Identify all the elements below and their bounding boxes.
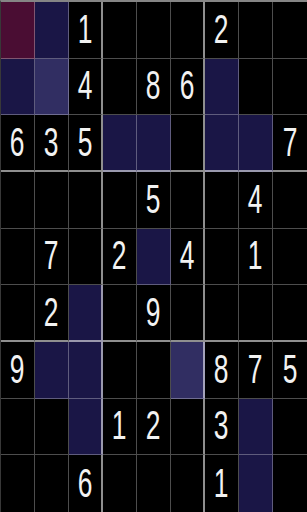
digit: 8 xyxy=(146,65,161,107)
cell-r1c8[interactable] xyxy=(273,59,307,116)
cell-r6c5[interactable] xyxy=(171,342,205,399)
cell-r4c3[interactable]: 2 xyxy=(103,229,137,286)
cell-r2c3[interactable] xyxy=(103,115,137,172)
cell-r0c3[interactable] xyxy=(103,2,137,59)
digit: 6 xyxy=(10,122,25,164)
cell-r2c8[interactable]: 7 xyxy=(273,115,307,172)
cell-r2c0[interactable]: 6 xyxy=(1,115,35,172)
cell-r8c6[interactable]: 1 xyxy=(205,455,239,512)
cell-r3c6[interactable] xyxy=(205,172,239,229)
cell-r0c5[interactable] xyxy=(171,2,205,59)
cell-r6c2[interactable] xyxy=(69,342,103,399)
cell-r4c5[interactable]: 4 xyxy=(171,229,205,286)
cell-r7c1[interactable] xyxy=(35,399,69,456)
cell-r2c1[interactable]: 3 xyxy=(35,115,69,172)
cell-r4c8[interactable] xyxy=(273,229,307,286)
cell-r5c1[interactable]: 2 xyxy=(35,285,69,342)
digit: 4 xyxy=(78,65,93,107)
cell-r6c8[interactable]: 5 xyxy=(273,342,307,399)
digit: 8 xyxy=(214,349,229,391)
cell-r4c4[interactable] xyxy=(137,229,171,286)
digit: 2 xyxy=(214,9,229,51)
cell-r5c6[interactable] xyxy=(205,285,239,342)
cell-r5c8[interactable] xyxy=(273,285,307,342)
cell-r5c5[interactable] xyxy=(171,285,205,342)
cell-r2c4[interactable] xyxy=(137,115,171,172)
cell-r8c5[interactable] xyxy=(171,455,205,512)
cell-r1c3[interactable] xyxy=(103,59,137,116)
cell-r8c0[interactable] xyxy=(1,455,35,512)
cell-r1c0[interactable] xyxy=(1,59,35,116)
cell-r4c6[interactable] xyxy=(205,229,239,286)
digit: 9 xyxy=(10,349,25,391)
cell-r7c4[interactable]: 2 xyxy=(137,399,171,456)
cell-r8c1[interactable] xyxy=(35,455,69,512)
digit: 3 xyxy=(44,122,59,164)
digit: 7 xyxy=(248,349,263,391)
digit: 4 xyxy=(248,179,263,221)
cell-r0c8[interactable] xyxy=(273,2,307,59)
cell-r1c4[interactable]: 8 xyxy=(137,59,171,116)
cell-r4c1[interactable]: 7 xyxy=(35,229,69,286)
cell-r7c7[interactable] xyxy=(239,399,273,456)
cell-r0c0[interactable] xyxy=(1,2,35,59)
sudoku-app-screen: 12486635754724129987512361 xyxy=(0,0,307,512)
cell-r5c7[interactable] xyxy=(239,285,273,342)
cell-r8c2[interactable]: 6 xyxy=(69,455,103,512)
cell-r0c2[interactable]: 1 xyxy=(69,2,103,59)
cell-r7c8[interactable] xyxy=(273,399,307,456)
cell-r2c6[interactable] xyxy=(205,115,239,172)
cell-r6c1[interactable] xyxy=(35,342,69,399)
cell-r7c3[interactable]: 1 xyxy=(103,399,137,456)
cell-r3c3[interactable] xyxy=(103,172,137,229)
cell-r6c4[interactable] xyxy=(137,342,171,399)
cell-r6c7[interactable]: 7 xyxy=(239,342,273,399)
cell-r7c5[interactable] xyxy=(171,399,205,456)
cell-r1c5[interactable]: 6 xyxy=(171,59,205,116)
digit: 5 xyxy=(146,179,161,221)
cell-r6c0[interactable]: 9 xyxy=(1,342,35,399)
cell-r4c2[interactable] xyxy=(69,229,103,286)
digit: 2 xyxy=(44,292,59,334)
cell-r0c7[interactable] xyxy=(239,2,273,59)
cell-r5c3[interactable] xyxy=(103,285,137,342)
digit: 3 xyxy=(214,405,229,447)
cell-r1c2[interactable]: 4 xyxy=(69,59,103,116)
cell-r4c7[interactable]: 1 xyxy=(239,229,273,286)
cell-r6c3[interactable] xyxy=(103,342,137,399)
cell-r8c8[interactable] xyxy=(273,455,307,512)
cell-r5c2[interactable] xyxy=(69,285,103,342)
cell-r0c6[interactable]: 2 xyxy=(205,2,239,59)
digit: 9 xyxy=(146,292,161,334)
cell-r0c4[interactable] xyxy=(137,2,171,59)
cell-r3c7[interactable]: 4 xyxy=(239,172,273,229)
cell-r1c1[interactable] xyxy=(35,59,69,116)
digit: 1 xyxy=(112,405,127,447)
cell-r2c5[interactable] xyxy=(171,115,205,172)
cell-r8c4[interactable] xyxy=(137,455,171,512)
cell-r2c2[interactable]: 5 xyxy=(69,115,103,172)
cell-r3c4[interactable]: 5 xyxy=(137,172,171,229)
digit: 4 xyxy=(180,235,195,277)
cell-r3c0[interactable] xyxy=(1,172,35,229)
cell-r2c7[interactable] xyxy=(239,115,273,172)
digit: 2 xyxy=(146,405,161,447)
cell-r8c7[interactable] xyxy=(239,455,273,512)
cell-r3c2[interactable] xyxy=(69,172,103,229)
cell-r0c1[interactable] xyxy=(35,2,69,59)
cell-r8c3[interactable] xyxy=(103,455,137,512)
digit: 5 xyxy=(283,349,298,391)
digit: 1 xyxy=(214,463,229,505)
digit: 1 xyxy=(248,235,263,277)
cell-r7c6[interactable]: 3 xyxy=(205,399,239,456)
cell-r3c8[interactable] xyxy=(273,172,307,229)
cell-r5c4[interactable]: 9 xyxy=(137,285,171,342)
cell-r3c5[interactable] xyxy=(171,172,205,229)
sudoku-board: 12486635754724129987512361 xyxy=(0,0,307,512)
digit: 5 xyxy=(78,122,93,164)
digit: 1 xyxy=(78,9,93,51)
digit: 7 xyxy=(44,235,59,277)
digit: 6 xyxy=(180,65,195,107)
cell-r6c6[interactable]: 8 xyxy=(205,342,239,399)
digit: 6 xyxy=(78,463,93,505)
cell-r1c7[interactable] xyxy=(239,59,273,116)
digit: 2 xyxy=(112,235,127,277)
cell-r1c6[interactable] xyxy=(205,59,239,116)
cell-r7c0[interactable] xyxy=(1,399,35,456)
digit: 7 xyxy=(283,122,298,164)
cell-r7c2[interactable] xyxy=(69,399,103,456)
cell-r4c0[interactable] xyxy=(1,229,35,286)
cell-r5c0[interactable] xyxy=(1,285,35,342)
cell-r3c1[interactable] xyxy=(35,172,69,229)
